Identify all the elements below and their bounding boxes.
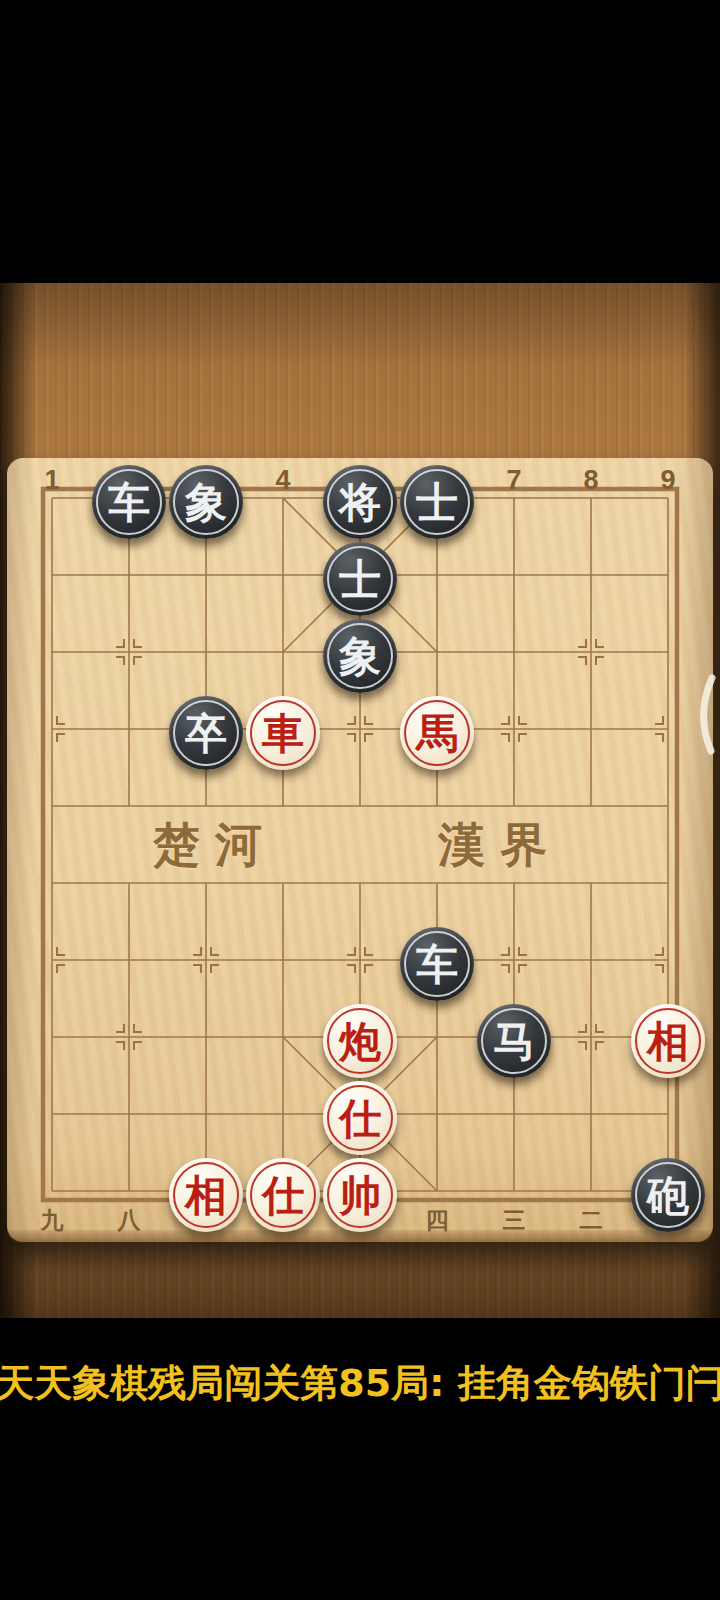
screen: 123456789九八七六五四三二一 楚河 漢界 车象将士士象卒車馬车炮马相仕相… xyxy=(0,0,720,1600)
page-title: 天天象棋残局闯关第85局: 挂角金钩铁门闩 xyxy=(0,1358,720,1409)
caption-band: 天天象棋残局闯关第85局: 挂角金钩铁门闩 xyxy=(0,1318,720,1600)
